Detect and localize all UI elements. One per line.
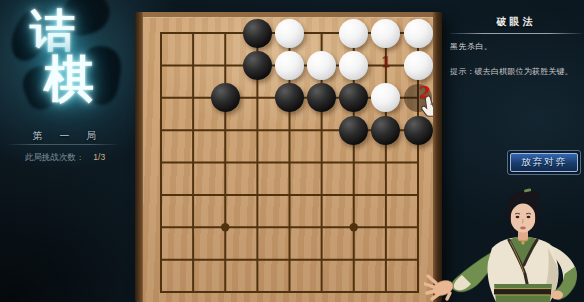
attempts-value: 1/3	[93, 152, 105, 164]
round-label: 第 一 局	[0, 129, 136, 143]
stone-black	[275, 83, 304, 112]
go-board: 12	[135, 12, 442, 302]
resign-button[interactable]: 放弃对弈	[507, 150, 581, 175]
stone-white	[339, 19, 368, 48]
puzzle-panel: 破眼法 黑先杀白。 提示：破去白棋眼位为获胜关键。	[450, 15, 582, 77]
app-background: 诘 棋 第 一 局 此局挑战次数： 1/3 12 破眼法 黑先杀白。 提示	[0, 0, 584, 302]
stone-white	[275, 51, 304, 80]
stone-black	[243, 19, 272, 48]
puzzle-logo-calligraphy: 诘 棋	[6, 0, 124, 118]
stone-white	[404, 19, 433, 48]
stone-white	[404, 51, 433, 80]
logo-char-jie: 诘	[30, 8, 75, 53]
move-marker-1: 1	[381, 55, 391, 71]
stone-black	[371, 116, 400, 145]
panel-divider	[450, 33, 582, 34]
puzzle-objective: 黑先杀白。	[450, 41, 582, 52]
stone-black	[307, 83, 336, 112]
sidebar-divider	[8, 144, 118, 145]
stone-white	[307, 51, 336, 80]
puzzle-hint: 提示：破去白棋眼位为获胜关键。	[450, 66, 582, 77]
hand-pointer-icon	[420, 95, 433, 121]
attempts-row: 此局挑战次数： 1/3	[0, 152, 130, 164]
stone-black	[243, 51, 272, 80]
puzzle-title: 破眼法	[450, 15, 582, 29]
stone-black	[211, 83, 240, 112]
stone-white	[275, 19, 304, 48]
logo-char-qi: 棋	[44, 54, 94, 104]
sidebar: 诘 棋 第 一 局 此局挑战次数： 1/3	[0, 0, 130, 302]
attempts-label: 此局挑战次数：	[25, 152, 85, 164]
stone-white	[371, 83, 400, 112]
resign-button-label: 放弃对弈	[521, 156, 567, 169]
stone-white	[339, 51, 368, 80]
npc-character-illustration	[424, 188, 584, 302]
board-surface[interactable]: 12	[143, 17, 433, 302]
stone-white	[371, 19, 400, 48]
stone-black	[339, 83, 368, 112]
stone-black	[339, 116, 368, 145]
